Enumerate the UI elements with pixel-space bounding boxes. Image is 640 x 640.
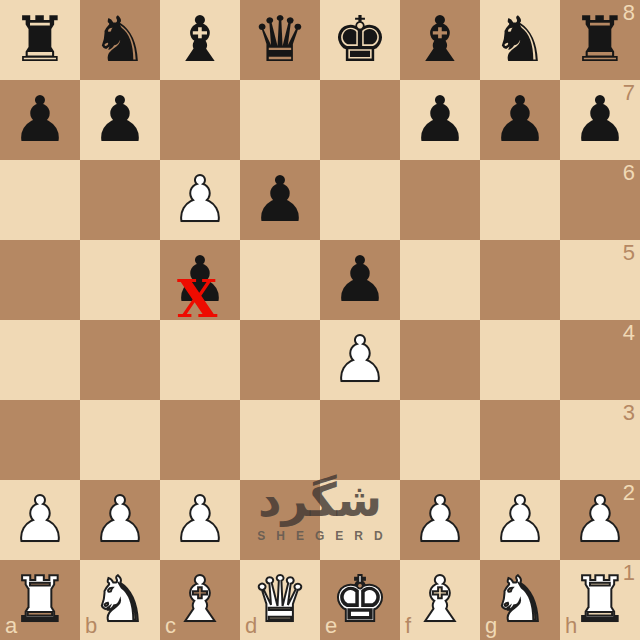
square-h6[interactable]: 6 (560, 160, 640, 240)
square-g5[interactable] (480, 240, 560, 320)
square-e2[interactable] (320, 480, 400, 560)
square-b6[interactable] (80, 160, 160, 240)
piece-black-knight: ♞ (80, 0, 160, 80)
square-f6[interactable] (400, 160, 480, 240)
square-c6[interactable]: ♟ (160, 160, 240, 240)
square-g7[interactable]: ♟ (480, 80, 560, 160)
square-g3[interactable] (480, 400, 560, 480)
capture-x-marker: X (177, 273, 217, 325)
square-a3[interactable] (0, 400, 80, 480)
chess-diagram: ♜♞♝♛♚♝♞8♜♟♟♟♟7♟♟♟6♟X♟5♟43♟♟♟♟♟2♟a♜b♞c♝d♛… (0, 0, 640, 640)
square-g8[interactable]: ♞ (480, 0, 560, 80)
square-b3[interactable] (80, 400, 160, 480)
square-f8[interactable]: ♝ (400, 0, 480, 80)
square-f4[interactable] (400, 320, 480, 400)
piece-black-knight: ♞ (480, 0, 560, 80)
rank-label-4: 4 (623, 320, 635, 346)
piece-black-pawn: ♟ (400, 80, 480, 160)
square-b5[interactable] (80, 240, 160, 320)
square-d5[interactable] (240, 240, 320, 320)
square-b2[interactable]: ♟ (80, 480, 160, 560)
piece-white-bishop: ♝ (160, 560, 240, 640)
piece-white-knight: ♞ (480, 560, 560, 640)
piece-white-pawn: ♟ (160, 160, 240, 240)
rank-label-3: 3 (623, 400, 635, 426)
square-h8[interactable]: 8♜ (560, 0, 640, 80)
square-a1[interactable]: a♜ (0, 560, 80, 640)
square-a6[interactable] (0, 160, 80, 240)
square-d2[interactable] (240, 480, 320, 560)
square-d4[interactable] (240, 320, 320, 400)
square-a2[interactable]: ♟ (0, 480, 80, 560)
square-h3[interactable]: 3 (560, 400, 640, 480)
chess-board: ♜♞♝♛♚♝♞8♜♟♟♟♟7♟♟♟6♟X♟5♟43♟♟♟♟♟2♟a♜b♞c♝d♛… (0, 0, 640, 640)
piece-white-bishop: ♝ (400, 560, 480, 640)
square-c4[interactable] (160, 320, 240, 400)
square-d6[interactable]: ♟ (240, 160, 320, 240)
piece-black-rook: ♜ (560, 0, 640, 80)
square-h7[interactable]: 7♟ (560, 80, 640, 160)
square-c2[interactable]: ♟ (160, 480, 240, 560)
piece-black-pawn: ♟ (560, 80, 640, 160)
square-a5[interactable] (0, 240, 80, 320)
square-g4[interactable] (480, 320, 560, 400)
square-b4[interactable] (80, 320, 160, 400)
piece-white-pawn: ♟ (80, 480, 160, 560)
square-d8[interactable]: ♛ (240, 0, 320, 80)
square-h4[interactable]: 4 (560, 320, 640, 400)
piece-white-pawn: ♟ (560, 480, 640, 560)
rank-label-5: 5 (623, 240, 635, 266)
square-b7[interactable]: ♟ (80, 80, 160, 160)
square-a8[interactable]: ♜ (0, 0, 80, 80)
piece-white-knight: ♞ (80, 560, 160, 640)
square-d7[interactable] (240, 80, 320, 160)
piece-white-pawn: ♟ (160, 480, 240, 560)
square-e3[interactable] (320, 400, 400, 480)
piece-black-bishop: ♝ (400, 0, 480, 80)
piece-white-pawn: ♟ (480, 480, 560, 560)
square-g2[interactable]: ♟ (480, 480, 560, 560)
square-e1[interactable]: e♚ (320, 560, 400, 640)
square-a7[interactable]: ♟ (0, 80, 80, 160)
square-f2[interactable]: ♟ (400, 480, 480, 560)
square-d3[interactable] (240, 400, 320, 480)
square-e6[interactable] (320, 160, 400, 240)
square-e5[interactable]: ♟ (320, 240, 400, 320)
piece-black-queen: ♛ (240, 0, 320, 80)
square-g6[interactable] (480, 160, 560, 240)
piece-black-pawn: ♟ (80, 80, 160, 160)
piece-white-pawn: ♟ (320, 320, 400, 400)
piece-white-pawn: ♟ (0, 480, 80, 560)
square-f5[interactable] (400, 240, 480, 320)
square-a4[interactable] (0, 320, 80, 400)
piece-black-pawn: ♟ (240, 160, 320, 240)
square-c7[interactable] (160, 80, 240, 160)
piece-white-rook: ♜ (0, 560, 80, 640)
square-f3[interactable] (400, 400, 480, 480)
square-h1[interactable]: 1h♜ (560, 560, 640, 640)
square-f1[interactable]: f♝ (400, 560, 480, 640)
piece-black-rook: ♜ (0, 0, 80, 80)
piece-white-pawn: ♟ (400, 480, 480, 560)
square-c8[interactable]: ♝ (160, 0, 240, 80)
square-b1[interactable]: b♞ (80, 560, 160, 640)
square-e7[interactable] (320, 80, 400, 160)
piece-white-rook: ♜ (560, 560, 640, 640)
piece-black-king: ♚ (320, 0, 400, 80)
piece-black-pawn: ♟ (320, 240, 400, 320)
square-e4[interactable]: ♟ (320, 320, 400, 400)
piece-black-bishop: ♝ (160, 0, 240, 80)
square-c1[interactable]: c♝ (160, 560, 240, 640)
piece-black-pawn: ♟ (480, 80, 560, 160)
square-h5[interactable]: 5 (560, 240, 640, 320)
square-f7[interactable]: ♟ (400, 80, 480, 160)
piece-black-pawn: ♟ (0, 80, 80, 160)
piece-white-queen: ♛ (240, 560, 320, 640)
square-h2[interactable]: 2♟ (560, 480, 640, 560)
square-b8[interactable]: ♞ (80, 0, 160, 80)
rank-label-6: 6 (623, 160, 635, 186)
square-e8[interactable]: ♚ (320, 0, 400, 80)
square-c3[interactable] (160, 400, 240, 480)
square-c5[interactable]: ♟X (160, 240, 240, 320)
piece-white-king: ♚ (320, 560, 400, 640)
square-g1[interactable]: g♞ (480, 560, 560, 640)
square-d1[interactable]: d♛ (240, 560, 320, 640)
